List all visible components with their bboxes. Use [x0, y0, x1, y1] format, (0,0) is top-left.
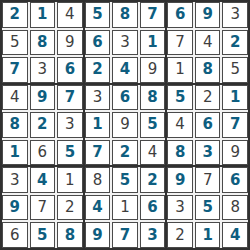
sudoku-box-7: 341972658: [2, 167, 83, 248]
cell-r5c5[interactable]: 9: [112, 112, 138, 138]
cell-r3c7[interactable]: 1: [167, 57, 193, 83]
cell-r4c5[interactable]: 6: [112, 85, 138, 111]
cell-r6c5[interactable]: 2: [112, 140, 138, 166]
cell-r4c6[interactable]: 8: [140, 85, 166, 111]
cell-r8c4[interactable]: 4: [85, 195, 111, 221]
cell-r2c3[interactable]: 9: [57, 30, 83, 56]
sudoku-box-4: 497823165: [2, 85, 83, 166]
cell-r3c6[interactable]: 9: [140, 57, 166, 83]
cell-r9c7[interactable]: 2: [167, 222, 193, 248]
cell-r7c7[interactable]: 9: [167, 167, 193, 193]
cell-r6c7[interactable]: 8: [167, 140, 193, 166]
cell-r1c2[interactable]: 1: [30, 2, 56, 28]
cell-r7c6[interactable]: 2: [140, 167, 166, 193]
cell-r4c4[interactable]: 3: [85, 85, 111, 111]
cell-r6c8[interactable]: 3: [195, 140, 221, 166]
cell-r9c9[interactable]: 4: [222, 222, 248, 248]
cell-r7c5[interactable]: 5: [112, 167, 138, 193]
cell-r3c5[interactable]: 4: [112, 57, 138, 83]
cell-r5c8[interactable]: 6: [195, 112, 221, 138]
sudoku-box-6: 521467839: [167, 85, 248, 166]
cell-r2c8[interactable]: 4: [195, 30, 221, 56]
cell-r5c1[interactable]: 8: [2, 112, 28, 138]
cell-r6c3[interactable]: 5: [57, 140, 83, 166]
cell-r8c3[interactable]: 2: [57, 195, 83, 221]
cell-r8c1[interactable]: 9: [2, 195, 28, 221]
cell-r8c8[interactable]: 5: [195, 195, 221, 221]
cell-r4c3[interactable]: 7: [57, 85, 83, 111]
cell-r5c7[interactable]: 4: [167, 112, 193, 138]
cell-r5c4[interactable]: 1: [85, 112, 111, 138]
cell-r4c8[interactable]: 2: [195, 85, 221, 111]
cell-r2c7[interactable]: 7: [167, 30, 193, 56]
cell-r2c4[interactable]: 6: [85, 30, 111, 56]
cell-r1c3[interactable]: 4: [57, 2, 83, 28]
sudoku-box-3: 693742185: [167, 2, 248, 83]
cell-r4c9[interactable]: 1: [222, 85, 248, 111]
cell-r1c1[interactable]: 2: [2, 2, 28, 28]
cell-r9c3[interactable]: 8: [57, 222, 83, 248]
cell-r1c5[interactable]: 8: [112, 2, 138, 28]
cell-r7c2[interactable]: 4: [30, 167, 56, 193]
cell-r6c1[interactable]: 1: [2, 140, 28, 166]
cell-r3c8[interactable]: 8: [195, 57, 221, 83]
cell-r2c1[interactable]: 5: [2, 30, 28, 56]
cell-r2c5[interactable]: 3: [112, 30, 138, 56]
cell-r2c9[interactable]: 2: [222, 30, 248, 56]
cell-r7c4[interactable]: 8: [85, 167, 111, 193]
cell-r8c7[interactable]: 3: [167, 195, 193, 221]
cell-r3c1[interactable]: 7: [2, 57, 28, 83]
cell-r9c2[interactable]: 5: [30, 222, 56, 248]
sudoku-box-2: 587631249: [85, 2, 166, 83]
cell-r3c3[interactable]: 6: [57, 57, 83, 83]
cell-r8c6[interactable]: 6: [140, 195, 166, 221]
cell-r9c6[interactable]: 3: [140, 222, 166, 248]
sudoku-box-9: 976358214: [167, 167, 248, 248]
cell-r2c2[interactable]: 8: [30, 30, 56, 56]
cell-r5c9[interactable]: 7: [222, 112, 248, 138]
cell-r7c3[interactable]: 1: [57, 167, 83, 193]
cell-r5c6[interactable]: 5: [140, 112, 166, 138]
cell-r4c1[interactable]: 4: [2, 85, 28, 111]
cell-r1c7[interactable]: 6: [167, 2, 193, 28]
cell-r4c2[interactable]: 9: [30, 85, 56, 111]
cell-r9c1[interactable]: 6: [2, 222, 28, 248]
cell-r8c2[interactable]: 7: [30, 195, 56, 221]
cell-r8c5[interactable]: 1: [112, 195, 138, 221]
cell-r3c9[interactable]: 5: [222, 57, 248, 83]
cell-r6c6[interactable]: 4: [140, 140, 166, 166]
cell-r6c4[interactable]: 7: [85, 140, 111, 166]
cell-r7c8[interactable]: 7: [195, 167, 221, 193]
cell-r6c2[interactable]: 6: [30, 140, 56, 166]
cell-r2c6[interactable]: 1: [140, 30, 166, 56]
cell-r1c9[interactable]: 3: [222, 2, 248, 28]
cell-r7c9[interactable]: 6: [222, 167, 248, 193]
cell-r9c4[interactable]: 9: [85, 222, 111, 248]
cell-r9c5[interactable]: 7: [112, 222, 138, 248]
cell-r3c4[interactable]: 2: [85, 57, 111, 83]
cell-r5c3[interactable]: 3: [57, 112, 83, 138]
sudoku-box-1: 214589736: [2, 2, 83, 83]
sudoku-box-5: 368195724: [85, 85, 166, 166]
cell-r4c7[interactable]: 5: [167, 85, 193, 111]
cell-r9c8[interactable]: 1: [195, 222, 221, 248]
cell-r1c4[interactable]: 5: [85, 2, 111, 28]
cell-r3c2[interactable]: 3: [30, 57, 56, 83]
sudoku-box-8: 852416973: [85, 167, 166, 248]
cell-r5c2[interactable]: 2: [30, 112, 56, 138]
cell-r6c9[interactable]: 9: [222, 140, 248, 166]
cell-r1c6[interactable]: 7: [140, 2, 166, 28]
sudoku-board: 2145897365876312496937421854978231653681…: [0, 0, 250, 250]
cell-r1c8[interactable]: 9: [195, 2, 221, 28]
cell-r8c9[interactable]: 8: [222, 195, 248, 221]
cell-r7c1[interactable]: 3: [2, 167, 28, 193]
